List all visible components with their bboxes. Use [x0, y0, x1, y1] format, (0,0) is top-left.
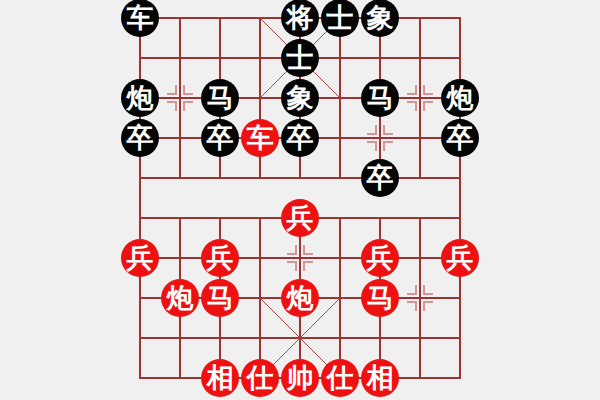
piece-red-horse[interactable]: 马 — [201, 279, 239, 317]
piece-black-elephant[interactable]: 象 — [281, 79, 319, 117]
piece-black-cannon[interactable]: 炮 — [441, 79, 479, 117]
piece-black-soldier[interactable]: 卒 — [441, 119, 479, 157]
piece-red-elephant[interactable]: 相 — [201, 359, 239, 397]
piece-black-chariot[interactable]: 车 — [121, 0, 159, 37]
piece-red-soldier[interactable]: 兵 — [121, 239, 159, 277]
xiangqi-board[interactable]: 车将士象士炮马象马炮卒卒车卒卒卒兵兵兵兵兵炮马炮马相仕帅仕相 — [0, 0, 600, 400]
piece-black-horse[interactable]: 马 — [361, 79, 399, 117]
piece-black-advisor[interactable]: 士 — [281, 39, 319, 77]
piece-red-advisor[interactable]: 仕 — [321, 359, 359, 397]
piece-red-soldier[interactable]: 兵 — [441, 239, 479, 277]
piece-black-advisor[interactable]: 士 — [321, 0, 359, 37]
piece-black-soldier[interactable]: 卒 — [361, 159, 399, 197]
piece-black-horse[interactable]: 马 — [201, 79, 239, 117]
xiangqi-app: 车将士象士炮马象马炮卒卒车卒卒卒兵兵兵兵兵炮马炮马相仕帅仕相 — [0, 0, 600, 400]
piece-red-advisor[interactable]: 仕 — [241, 359, 279, 397]
piece-red-elephant[interactable]: 相 — [361, 359, 399, 397]
piece-red-chariot[interactable]: 车 — [241, 119, 279, 157]
piece-black-general[interactable]: 将 — [281, 0, 319, 37]
piece-red-soldier[interactable]: 兵 — [281, 199, 319, 237]
piece-red-cannon[interactable]: 炮 — [281, 279, 319, 317]
piece-red-general[interactable]: 帅 — [281, 359, 319, 397]
piece-black-cannon[interactable]: 炮 — [121, 79, 159, 117]
piece-red-horse[interactable]: 马 — [361, 279, 399, 317]
piece-red-cannon[interactable]: 炮 — [161, 279, 199, 317]
piece-black-soldier[interactable]: 卒 — [201, 119, 239, 157]
piece-black-soldier[interactable]: 卒 — [121, 119, 159, 157]
piece-red-soldier[interactable]: 兵 — [361, 239, 399, 277]
piece-black-elephant[interactable]: 象 — [361, 0, 399, 37]
piece-black-soldier[interactable]: 卒 — [281, 119, 319, 157]
piece-red-soldier[interactable]: 兵 — [201, 239, 239, 277]
